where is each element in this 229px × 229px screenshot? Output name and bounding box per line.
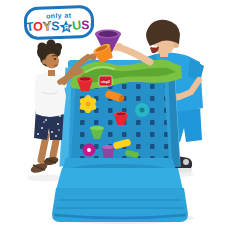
boy-reaching-arm — [121, 48, 150, 62]
teal-wheel — [135, 103, 149, 117]
retailer-badge: only at T O Y S Я U S ® — [23, 5, 94, 40]
brand-badge: step2 — [99, 76, 112, 86]
registered-mark: ® — [89, 19, 92, 31]
logo-letter-s2: S — [81, 19, 90, 31]
water-basin — [52, 158, 188, 222]
toys-r-us-logo: T O Y S Я U S ® — [25, 18, 92, 34]
purple-bucket — [102, 145, 114, 158]
toddler-ear — [42, 60, 47, 65]
product-photo: only at T O Y S Я U S ® — [0, 0, 229, 229]
brand-badge-text: step2 — [101, 80, 110, 84]
magenta-spinner — [83, 144, 96, 157]
toddler-second-hand — [77, 68, 83, 74]
boy-thumb — [113, 48, 116, 51]
toddler-neck — [48, 70, 55, 76]
logo-letter-reversed-r: Я — [63, 23, 68, 30]
